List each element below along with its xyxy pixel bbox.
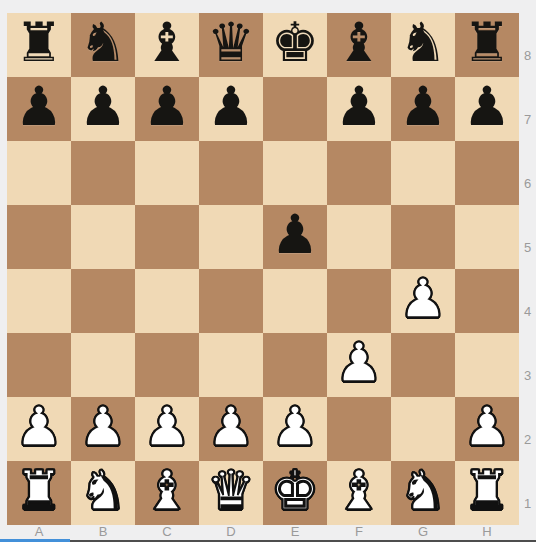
square-c4[interactable]	[135, 269, 199, 333]
piece-white-king[interactable]: ♚	[271, 464, 319, 518]
piece-black-pawn[interactable]: ♟	[399, 80, 447, 134]
square-h8[interactable]: ♜	[455, 13, 519, 77]
square-g4[interactable]: ♟	[391, 269, 455, 333]
square-e4[interactable]	[263, 269, 327, 333]
square-b8[interactable]: ♞	[71, 13, 135, 77]
file-label-b: B	[71, 524, 135, 539]
square-c6[interactable]	[135, 141, 199, 205]
square-b4[interactable]	[71, 269, 135, 333]
piece-white-pawn[interactable]: ♟	[463, 400, 511, 454]
piece-white-rook[interactable]: ♜	[463, 464, 511, 518]
square-d6[interactable]	[199, 141, 263, 205]
square-d8[interactable]: ♛	[199, 13, 263, 77]
square-g6[interactable]	[391, 141, 455, 205]
file-label-g: G	[391, 524, 455, 539]
piece-black-pawn[interactable]: ♟	[463, 80, 511, 134]
piece-white-bishop[interactable]: ♝	[143, 464, 191, 518]
square-a8[interactable]: ♜	[7, 13, 71, 77]
chess-app: ♜♞♝♛♚♝♞♜♟♟♟♟♟♟♟♟♟♟♟♟♟♟♟♟♜♞♝♛♚♝♞♜ 8765432…	[0, 0, 536, 542]
piece-black-pawn[interactable]: ♟	[207, 80, 255, 134]
piece-black-knight[interactable]: ♞	[79, 16, 127, 70]
square-g7[interactable]: ♟	[391, 77, 455, 141]
square-d3[interactable]	[199, 333, 263, 397]
piece-white-queen[interactable]: ♛	[207, 464, 255, 518]
square-e2[interactable]: ♟	[263, 397, 327, 461]
piece-white-pawn[interactable]: ♟	[271, 400, 319, 454]
square-d7[interactable]: ♟	[199, 77, 263, 141]
piece-white-pawn[interactable]: ♟	[335, 336, 383, 390]
rank-label-5: 5	[519, 205, 536, 269]
piece-black-rook[interactable]: ♜	[15, 16, 63, 70]
piece-white-pawn[interactable]: ♟	[207, 400, 255, 454]
square-h1[interactable]: ♜	[455, 461, 519, 525]
rank-label-1: 1	[519, 461, 536, 525]
piece-black-pawn[interactable]: ♟	[271, 208, 319, 262]
square-e8[interactable]: ♚	[263, 13, 327, 77]
square-h5[interactable]	[455, 205, 519, 269]
piece-white-bishop[interactable]: ♝	[335, 464, 383, 518]
square-e1[interactable]: ♚	[263, 461, 327, 525]
square-g1[interactable]: ♞	[391, 461, 455, 525]
file-coordinates: ABCDEFGH	[7, 524, 519, 539]
rank-label-7: 7	[519, 77, 536, 141]
square-f2[interactable]	[327, 397, 391, 461]
piece-black-pawn[interactable]: ♟	[15, 80, 63, 134]
piece-white-pawn[interactable]: ♟	[79, 400, 127, 454]
square-h3[interactable]	[455, 333, 519, 397]
piece-white-rook[interactable]: ♜	[15, 464, 63, 518]
square-a4[interactable]	[7, 269, 71, 333]
square-b1[interactable]: ♞	[71, 461, 135, 525]
square-b6[interactable]	[71, 141, 135, 205]
piece-black-pawn[interactable]: ♟	[143, 80, 191, 134]
piece-black-king[interactable]: ♚	[271, 16, 319, 70]
square-c2[interactable]: ♟	[135, 397, 199, 461]
square-b5[interactable]	[71, 205, 135, 269]
square-c5[interactable]	[135, 205, 199, 269]
piece-black-bishop[interactable]: ♝	[143, 16, 191, 70]
rank-coordinates: 87654321	[519, 13, 536, 525]
square-a3[interactable]	[7, 333, 71, 397]
square-f6[interactable]	[327, 141, 391, 205]
square-a6[interactable]	[7, 141, 71, 205]
square-g3[interactable]	[391, 333, 455, 397]
square-h2[interactable]: ♟	[455, 397, 519, 461]
square-f3[interactable]: ♟	[327, 333, 391, 397]
file-label-f: F	[327, 524, 391, 539]
square-f7[interactable]: ♟	[327, 77, 391, 141]
piece-black-rook[interactable]: ♜	[463, 16, 511, 70]
square-d4[interactable]	[199, 269, 263, 333]
square-g8[interactable]: ♞	[391, 13, 455, 77]
square-d2[interactable]: ♟	[199, 397, 263, 461]
square-a2[interactable]: ♟	[7, 397, 71, 461]
square-h4[interactable]	[455, 269, 519, 333]
square-e6[interactable]	[263, 141, 327, 205]
rank-label-4: 4	[519, 269, 536, 333]
square-f8[interactable]: ♝	[327, 13, 391, 77]
square-h7[interactable]: ♟	[455, 77, 519, 141]
piece-black-bishop[interactable]: ♝	[335, 16, 383, 70]
file-label-e: E	[263, 524, 327, 539]
square-f4[interactable]	[327, 269, 391, 333]
rank-label-6: 6	[519, 141, 536, 205]
piece-black-queen[interactable]: ♛	[207, 16, 255, 70]
square-d1[interactable]: ♛	[199, 461, 263, 525]
square-c1[interactable]: ♝	[135, 461, 199, 525]
square-b3[interactable]	[71, 333, 135, 397]
square-b2[interactable]: ♟	[71, 397, 135, 461]
square-h6[interactable]	[455, 141, 519, 205]
rank-label-3: 3	[519, 333, 536, 397]
square-e7[interactable]	[263, 77, 327, 141]
piece-white-pawn[interactable]: ♟	[15, 400, 63, 454]
square-c3[interactable]	[135, 333, 199, 397]
square-d5[interactable]	[199, 205, 263, 269]
square-a5[interactable]	[7, 205, 71, 269]
square-f1[interactable]: ♝	[327, 461, 391, 525]
file-label-d: D	[199, 524, 263, 539]
file-label-h: H	[455, 524, 519, 539]
piece-white-knight[interactable]: ♞	[79, 464, 127, 518]
square-e3[interactable]	[263, 333, 327, 397]
square-c7[interactable]: ♟	[135, 77, 199, 141]
square-e5[interactable]: ♟	[263, 205, 327, 269]
square-b7[interactable]: ♟	[71, 77, 135, 141]
square-a7[interactable]: ♟	[7, 77, 71, 141]
square-f5[interactable]	[327, 205, 391, 269]
piece-white-pawn[interactable]: ♟	[399, 272, 447, 326]
square-g5[interactable]	[391, 205, 455, 269]
square-g2[interactable]	[391, 397, 455, 461]
chess-board[interactable]: ♜♞♝♛♚♝♞♜♟♟♟♟♟♟♟♟♟♟♟♟♟♟♟♟♜♞♝♛♚♝♞♜	[7, 13, 519, 525]
square-a1[interactable]: ♜	[7, 461, 71, 525]
file-label-a: A	[7, 524, 71, 539]
piece-black-knight[interactable]: ♞	[399, 16, 447, 70]
rank-label-2: 2	[519, 397, 536, 461]
file-label-c: C	[135, 524, 199, 539]
square-c8[interactable]: ♝	[135, 13, 199, 77]
piece-black-pawn[interactable]: ♟	[335, 80, 383, 134]
rank-label-8: 8	[519, 13, 536, 77]
piece-white-pawn[interactable]: ♟	[143, 400, 191, 454]
piece-black-pawn[interactable]: ♟	[79, 80, 127, 134]
piece-white-knight[interactable]: ♞	[399, 464, 447, 518]
